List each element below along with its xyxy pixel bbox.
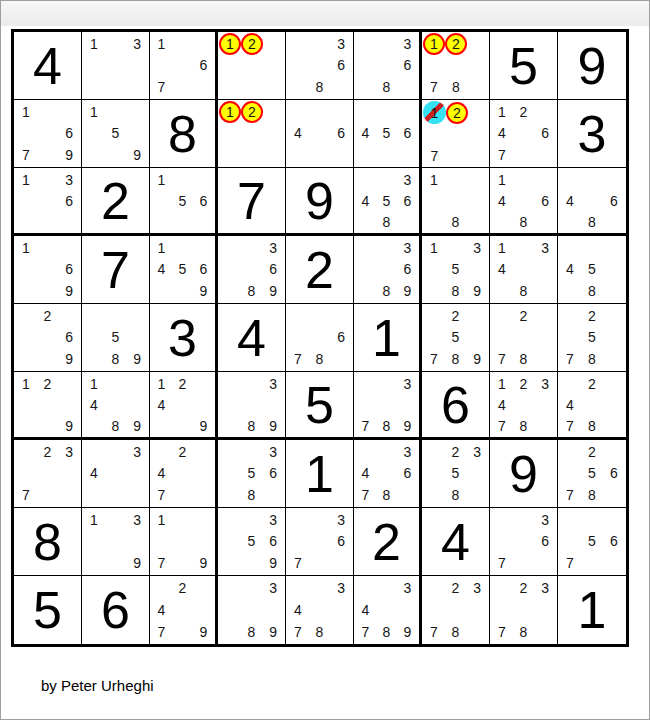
candidate-2[interactable]: 2 [445,305,467,327]
cell-r9c5[interactable]: 3478 [286,576,354,644]
candidate-2[interactable]: 2 [581,373,603,394]
candidate-7[interactable]: 7 [355,484,376,506]
candidate-1[interactable]: 1 [83,33,105,55]
candidate-4[interactable]: 4 [151,259,172,281]
cell-r8c9[interactable]: 567 [558,508,626,576]
candidate-7[interactable]: 7 [423,145,446,166]
cell-r8c5[interactable]: 367 [286,508,354,576]
candidate-7[interactable]: 7 [287,621,309,643]
candidate-8[interactable]: 8 [309,76,331,98]
candidate-7[interactable]: 7 [559,484,581,506]
candidate-5[interactable]: 5 [445,259,467,281]
candidate-5[interactable]: 5 [376,190,397,211]
candidate-9[interactable]: 9 [397,415,418,436]
cell-r4c6[interactable]: 3689 [354,236,422,304]
solved-digit: 6 [101,584,130,636]
candidate-7[interactable]: 7 [287,348,309,370]
candidate-1[interactable]: 1 [15,169,37,190]
candidate-8[interactable]: 8 [105,348,127,370]
candidate-6[interactable]: 6 [262,531,284,553]
candidate-7[interactable]: 7 [355,621,376,643]
candidate-8[interactable]: 8 [376,621,397,643]
candidate-6[interactable]: 6 [603,531,625,553]
candidate-3[interactable]: 3 [330,577,352,599]
cell-r2c1[interactable]: 1679 [14,100,82,168]
candidate-2-highlighted[interactable]: 2 [241,33,263,55]
candidate-8[interactable]: 8 [241,280,263,302]
cell-r2c8[interactable]: 12467 [490,100,558,168]
cell-r3c6[interactable]: 34568 [354,168,422,236]
cell-r9c6[interactable]: 34789 [354,576,422,644]
cell-r1c3[interactable]: 167 [150,32,218,100]
cell-r4c3[interactable]: 14569 [150,236,218,304]
cell-r1c5[interactable]: 368 [286,32,354,100]
candidate-4[interactable]: 4 [491,259,513,281]
candidate-8[interactable]: 8 [376,211,397,232]
candidate-3[interactable]: 3 [397,577,418,599]
cell-r8c4[interactable]: 3569 [218,508,286,576]
candidate-4[interactable]: 4 [355,190,376,211]
candidate-6[interactable]: 6 [603,463,625,485]
candidate-6[interactable]: 6 [193,259,214,281]
candidate-1[interactable]: 1 [15,237,37,259]
candidate-1[interactable]: 1 [151,169,172,190]
cell-r2c6[interactable]: 456 [354,100,422,168]
candidate-7[interactable]: 7 [423,621,445,643]
candidate-5[interactable]: 5 [445,463,467,485]
candidate-5[interactable]: 5 [581,531,603,553]
cell-r1c4[interactable]: 12 [218,32,286,100]
cell-r9c9[interactable]: 1 [558,576,626,644]
candidate-8[interactable]: 8 [513,415,535,436]
candidate-1[interactable]: 1 [151,509,172,531]
cell-r6c3[interactable]: 1249 [150,372,218,440]
candidate-1[interactable]: 1 [15,101,37,123]
candidate-1-highlighted[interactable]: 1 [423,33,445,55]
candidate-3[interactable]: 3 [58,441,80,463]
author-caption: by Peter Urheghi [41,677,154,694]
candidate-1[interactable]: 1 [83,101,105,123]
candidate-7[interactable]: 7 [151,484,172,506]
candidate-5[interactable]: 5 [445,327,467,349]
candidate-3[interactable]: 3 [262,237,284,259]
candidate-6[interactable]: 6 [262,463,284,485]
candidate-2-highlighted[interactable]: 2 [445,33,467,55]
candidate-1[interactable]: 1 [423,237,445,259]
candidate-6[interactable]: 6 [534,123,556,145]
candidate-2-highlighted[interactable]: 2 [241,101,263,123]
candidate-7[interactable]: 7 [355,415,376,436]
candidate-5[interactable]: 5 [105,123,127,145]
candidate-6[interactable]: 6 [330,327,352,349]
candidate-1[interactable]: 1 [491,373,513,394]
candidate-9[interactable]: 9 [262,415,284,436]
candidate-7[interactable]: 7 [559,415,581,436]
candidate-8[interactable]: 8 [445,77,467,99]
candidate-1[interactable]: 1 [83,373,105,394]
candidate-4[interactable]: 4 [151,599,172,621]
solved-digit: 9 [509,448,538,500]
cell-r2c5[interactable]: 46 [286,100,354,168]
cell-r1c8[interactable]: 5 [490,32,558,100]
cell-r9c4[interactable]: 389 [218,576,286,644]
cell-r2c4[interactable]: 12 [218,100,286,168]
candidate-4[interactable]: 4 [83,394,105,415]
candidate-8[interactable]: 8 [376,415,397,436]
candidate-3[interactable]: 3 [466,441,488,463]
candidate-7[interactable]: 7 [287,552,309,574]
candidate-8[interactable]: 8 [445,280,467,302]
cell-r5c2[interactable]: 589 [82,304,150,372]
candidate-3[interactable]: 3 [262,509,284,531]
cell-r1c7[interactable]: 1278 [422,32,490,100]
candidate-3[interactable]: 3 [534,509,556,531]
candidate-6[interactable]: 6 [58,259,80,281]
candidate-4[interactable]: 4 [491,123,513,145]
cell-r1c2[interactable]: 13 [82,32,150,100]
candidate-7[interactable]: 7 [151,621,172,643]
candidate-9[interactable]: 9 [126,348,148,370]
candidate-6[interactable]: 6 [603,190,625,211]
cell-r6c8[interactable]: 123478 [490,372,558,440]
candidate-2[interactable]: 2 [445,577,467,599]
cell-r6c1[interactable]: 129 [14,372,82,440]
cell-r5c9[interactable]: 2578 [558,304,626,372]
cell-r9c1[interactable]: 5 [14,576,82,644]
cell-r8c6[interactable]: 2 [354,508,422,576]
candidate-2[interactable]: 2 [513,305,535,327]
candidate-1[interactable]: 1 [491,169,513,190]
cell-r7c9[interactable]: 25678 [558,440,626,508]
candidate-5[interactable]: 5 [376,123,397,145]
cell-r7c2[interactable]: 34 [82,440,150,508]
cell-r9c2[interactable]: 6 [82,576,150,644]
candidate-6[interactable]: 6 [330,55,352,77]
cell-r3c7[interactable]: 18 [422,168,490,236]
candidate-9[interactable]: 9 [262,280,284,302]
candidate-9[interactable]: 9 [193,621,214,643]
candidate-5[interactable]: 5 [581,327,603,349]
candidate-8[interactable]: 8 [376,280,397,302]
cell-r7c7[interactable]: 2358 [422,440,490,508]
cell-r3c8[interactable]: 1468 [490,168,558,236]
cell-r5c8[interactable]: 278 [490,304,558,372]
candidate-3[interactable]: 3 [262,577,284,599]
candidate-2[interactable]: 2 [581,305,603,327]
cell-r4c4[interactable]: 3689 [218,236,286,304]
cell-r9c8[interactable]: 2378 [490,576,558,644]
candidate-1-eliminated[interactable]: 1 [423,101,446,124]
cell-r2c7[interactable]: 127 [422,100,490,168]
candidate-3[interactable]: 3 [126,441,148,463]
solved-digit: 4 [237,312,266,364]
candidate-2[interactable]: 2 [37,441,59,463]
candidate-5[interactable]: 5 [241,531,263,553]
candidate-3[interactable]: 3 [126,33,148,55]
cell-r7c6[interactable]: 34678 [354,440,422,508]
candidate-6[interactable]: 6 [193,190,214,211]
cell-r8c1[interactable]: 8 [14,508,82,576]
candidate-6[interactable]: 6 [330,123,352,145]
candidate-6[interactable]: 6 [397,123,418,145]
solved-digit: 2 [101,175,130,227]
cell-r9c3[interactable]: 2479 [150,576,218,644]
candidate-6[interactable]: 6 [397,55,418,77]
candidate-2[interactable]: 2 [172,577,193,599]
candidate-4[interactable]: 4 [287,599,309,621]
candidate-6[interactable]: 6 [58,123,80,145]
candidate-9[interactable]: 9 [58,144,80,166]
cell-r3c4[interactable]: 7 [218,168,286,236]
candidate-1[interactable]: 1 [83,509,105,531]
candidate-8[interactable]: 8 [513,621,535,643]
candidate-7[interactable]: 7 [151,552,172,574]
candidate-3[interactable]: 3 [58,169,80,190]
cell-r4c9[interactable]: 458 [558,236,626,304]
candidate-8[interactable]: 8 [445,621,467,643]
candidate-2[interactable]: 2 [513,577,535,599]
candidate-8[interactable]: 8 [376,76,397,98]
candidate-4[interactable]: 4 [491,394,513,415]
cell-r3c9[interactable]: 468 [558,168,626,236]
cell-r3c5[interactable]: 9 [286,168,354,236]
candidate-9[interactable]: 9 [126,415,148,436]
cell-r5c4[interactable]: 4 [218,304,286,372]
candidate-8[interactable]: 8 [513,348,535,370]
cell-r6c6[interactable]: 3789 [354,372,422,440]
cell-r5c5[interactable]: 678 [286,304,354,372]
candidate-2[interactable]: 2 [172,373,193,394]
candidate-7[interactable]: 7 [151,76,172,98]
candidate-7[interactable]: 7 [559,552,581,574]
solved-digit: 7 [237,175,266,227]
candidate-7[interactable]: 7 [491,144,513,166]
cell-r8c3[interactable]: 179 [150,508,218,576]
candidate-7[interactable]: 7 [423,77,445,99]
candidate-9[interactable]: 9 [58,348,80,370]
cell-r1c1[interactable]: 4 [14,32,82,100]
candidate-3[interactable]: 3 [262,441,284,463]
candidate-6[interactable]: 6 [397,259,418,281]
candidate-3[interactable]: 3 [330,33,352,55]
solved-digit: 9 [578,40,607,92]
candidate-8[interactable]: 8 [445,211,467,232]
candidate-8[interactable]: 8 [105,415,127,436]
cell-r3c3[interactable]: 156 [150,168,218,236]
candidate-4[interactable]: 4 [151,394,172,415]
candidate-3[interactable]: 3 [262,373,284,394]
candidate-7[interactable]: 7 [15,484,37,506]
candidate-2-highlighted[interactable]: 2 [446,102,468,124]
cell-r9c7[interactable]: 2378 [422,576,490,644]
cell-r6c5[interactable]: 5 [286,372,354,440]
cell-r4c2[interactable]: 7 [82,236,150,304]
candidate-2[interactable]: 2 [37,305,59,327]
cell-r3c1[interactable]: 136 [14,168,82,236]
cell-r6c4[interactable]: 389 [218,372,286,440]
candidate-7[interactable]: 7 [423,348,445,370]
candidate-5[interactable]: 5 [105,327,127,349]
candidate-8[interactable]: 8 [513,211,535,232]
candidate-8[interactable]: 8 [309,621,331,643]
cell-r6c9[interactable]: 2478 [558,372,626,440]
solved-digit: 7 [101,244,130,296]
candidate-6[interactable]: 6 [397,463,418,485]
candidate-9[interactable]: 9 [126,552,148,574]
candidate-9[interactable]: 9 [262,621,284,643]
candidate-9[interactable]: 9 [397,621,418,643]
solved-digit: 1 [372,312,401,364]
candidate-9[interactable]: 9 [466,280,488,302]
candidate-3[interactable]: 3 [397,33,418,55]
candidate-1-highlighted[interactable]: 1 [219,101,241,123]
candidate-4[interactable]: 4 [355,123,376,145]
candidate-3[interactable]: 3 [397,373,418,394]
candidate-1[interactable]: 1 [15,373,37,394]
cell-r2c2[interactable]: 159 [82,100,150,168]
candidate-4[interactable]: 4 [559,394,581,415]
cell-r5c1[interactable]: 269 [14,304,82,372]
candidate-4[interactable]: 4 [559,259,581,281]
candidate-3[interactable]: 3 [330,509,352,531]
candidate-2[interactable]: 2 [513,101,535,123]
candidate-8[interactable]: 8 [445,484,467,506]
candidate-3[interactable]: 3 [534,237,556,259]
cell-r6c2[interactable]: 1489 [82,372,150,440]
candidate-4[interactable]: 4 [355,599,376,621]
candidate-1[interactable]: 1 [151,33,172,55]
candidate-5[interactable]: 5 [172,190,193,211]
cell-r4c7[interactable]: 13589 [422,236,490,304]
cell-r7c1[interactable]: 237 [14,440,82,508]
candidate-2[interactable]: 2 [445,441,467,463]
candidate-4[interactable]: 4 [83,463,105,485]
candidate-9[interactable]: 9 [126,144,148,166]
candidate-9[interactable]: 9 [193,415,214,436]
candidate-9[interactable]: 9 [262,552,284,574]
candidate-4[interactable]: 4 [287,123,309,145]
solved-digit: 8 [33,516,62,568]
candidate-4[interactable]: 4 [355,463,376,485]
cell-r5c7[interactable]: 25789 [422,304,490,372]
candidate-5[interactable]: 5 [241,463,263,485]
candidate-9[interactable]: 9 [58,280,80,302]
cell-r8c8[interactable]: 367 [490,508,558,576]
cell-r2c9[interactable]: 3 [558,100,626,168]
candidate-1[interactable]: 1 [491,101,513,123]
candidate-2[interactable]: 2 [581,441,603,463]
candidate-6[interactable]: 6 [330,531,352,553]
candidate-1-highlighted[interactable]: 1 [219,33,241,55]
candidate-8[interactable]: 8 [513,280,535,302]
cell-r7c5[interactable]: 1 [286,440,354,508]
candidate-4[interactable]: 4 [491,190,513,211]
candidate-7[interactable]: 7 [559,348,581,370]
candidate-3[interactable]: 3 [466,577,488,599]
candidate-6[interactable]: 6 [534,190,556,211]
candidate-6[interactable]: 6 [58,327,80,349]
candidate-8[interactable]: 8 [309,348,331,370]
candidate-5[interactable]: 5 [581,463,603,485]
cell-r4c1[interactable]: 169 [14,236,82,304]
candidate-8[interactable]: 8 [445,348,467,370]
candidate-3[interactable]: 3 [397,169,418,190]
candidate-8[interactable]: 8 [241,484,263,506]
cell-r7c3[interactable]: 247 [150,440,218,508]
candidate-1[interactable]: 1 [491,237,513,259]
cell-r7c8[interactable]: 9 [490,440,558,508]
candidate-1[interactable]: 1 [423,169,445,190]
candidate-8[interactable]: 8 [581,415,603,436]
candidate-8[interactable]: 8 [581,280,603,302]
cell-r4c5[interactable]: 2 [286,236,354,304]
candidate-8[interactable]: 8 [241,415,263,436]
candidate-8[interactable]: 8 [581,484,603,506]
candidate-3[interactable]: 3 [126,509,148,531]
candidate-8[interactable]: 8 [241,621,263,643]
solved-digit: 9 [305,175,334,227]
candidate-6[interactable]: 6 [397,190,418,211]
candidate-7[interactable]: 7 [491,415,513,436]
candidate-6[interactable]: 6 [58,190,80,211]
cell-r1c6[interactable]: 368 [354,32,422,100]
candidate-3[interactable]: 3 [534,577,556,599]
candidate-3[interactable]: 3 [397,441,418,463]
candidate-9[interactable]: 9 [58,415,80,436]
sudoku-board: 4131671236836812785916791598124645612712… [11,29,629,647]
candidate-8[interactable]: 8 [581,211,603,232]
cell-r3c2[interactable]: 2 [82,168,150,236]
candidate-8[interactable]: 8 [581,348,603,370]
cell-r4c8[interactable]: 1348 [490,236,558,304]
cell-r5c3[interactable]: 3 [150,304,218,372]
cell-r1c9[interactable]: 9 [558,32,626,100]
candidate-7[interactable]: 7 [491,621,513,643]
candidate-6[interactable]: 6 [534,531,556,553]
candidate-7[interactable]: 7 [15,144,37,166]
candidate-3[interactable]: 3 [397,237,418,259]
cell-r6c7[interactable]: 6 [422,372,490,440]
candidate-7[interactable]: 7 [491,552,513,574]
cell-r8c7[interactable]: 4 [422,508,490,576]
solved-digit: 1 [305,448,334,500]
candidate-1[interactable]: 1 [151,373,172,394]
candidate-4[interactable]: 4 [559,190,581,211]
candidate-6[interactable]: 6 [193,55,214,77]
candidate-9[interactable]: 9 [397,280,418,302]
cell-r7c4[interactable]: 3568 [218,440,286,508]
candidate-2[interactable]: 2 [513,373,535,394]
candidate-6[interactable]: 6 [262,259,284,281]
solved-digit: 4 [441,516,470,568]
candidate-3[interactable]: 3 [466,237,488,259]
candidate-4[interactable]: 4 [151,463,172,485]
candidate-9[interactable]: 9 [466,348,488,370]
cell-r8c2[interactable]: 139 [82,508,150,576]
candidate-3[interactable]: 3 [534,373,556,394]
candidate-8[interactable]: 8 [376,484,397,506]
candidate-2[interactable]: 2 [37,373,59,394]
candidate-7[interactable]: 7 [491,348,513,370]
candidate-9[interactable]: 9 [193,552,214,574]
candidate-5[interactable]: 5 [172,259,193,281]
candidate-1[interactable]: 1 [151,237,172,259]
cell-r5c6[interactable]: 1 [354,304,422,372]
cell-r2c3[interactable]: 8 [150,100,218,168]
candidate-5[interactable]: 5 [581,259,603,281]
candidate-2[interactable]: 2 [172,441,193,463]
candidate-9[interactable]: 9 [193,280,214,302]
